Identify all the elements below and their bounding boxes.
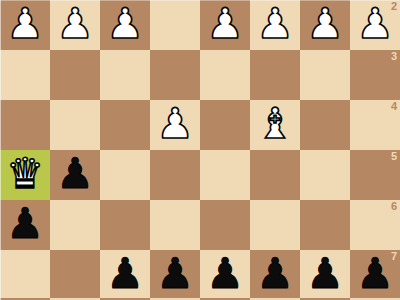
- top-edge-hairline: [0, 0, 400, 1]
- square-b7[interactable]: ♟: [300, 250, 350, 300]
- chess-board: ♟♟♟♟♟♟♟23♟♝4♛♟5♟6♟♟♟♟♟♟7: [0, 0, 400, 300]
- square-a5[interactable]: 5: [350, 150, 400, 200]
- square-a2[interactable]: ♟2: [350, 0, 400, 50]
- rank-label-6: 6: [391, 201, 397, 212]
- piece-white-queen-h5[interactable]: ♛: [6, 153, 44, 195]
- piece-black-pawn-g5[interactable]: ♟: [56, 153, 94, 195]
- square-g4[interactable]: [50, 100, 100, 150]
- square-b3[interactable]: [300, 50, 350, 100]
- square-g5[interactable]: ♟: [50, 150, 100, 200]
- page: ♟♟♟♟♟♟♟23♟♝4♛♟5♟6♟♟♟♟♟♟7: [0, 0, 400, 300]
- square-h2[interactable]: ♟: [0, 0, 50, 50]
- square-g2[interactable]: ♟: [50, 0, 100, 50]
- rank-label-4: 4: [391, 101, 397, 112]
- left-edge-hairline: [0, 0, 1, 300]
- piece-black-pawn-b7[interactable]: ♟: [306, 253, 344, 295]
- square-e2[interactable]: [150, 0, 200, 50]
- square-c2[interactable]: ♟: [250, 0, 300, 50]
- square-b4[interactable]: [300, 100, 350, 150]
- piece-white-pawn-h2[interactable]: ♟: [6, 3, 44, 45]
- square-g3[interactable]: [50, 50, 100, 100]
- square-h3[interactable]: [0, 50, 50, 100]
- square-b6[interactable]: [300, 200, 350, 250]
- square-a4[interactable]: 4: [350, 100, 400, 150]
- square-f6[interactable]: [100, 200, 150, 250]
- piece-white-pawn-d2[interactable]: ♟: [206, 3, 244, 45]
- rank-label-3: 3: [391, 51, 397, 62]
- square-b2[interactable]: ♟: [300, 0, 350, 50]
- piece-white-pawn-c2[interactable]: ♟: [256, 3, 294, 45]
- piece-black-pawn-a7[interactable]: ♟: [356, 253, 394, 295]
- square-h6[interactable]: ♟: [0, 200, 50, 250]
- square-d2[interactable]: ♟: [200, 0, 250, 50]
- square-f3[interactable]: [100, 50, 150, 100]
- piece-black-pawn-d7[interactable]: ♟: [206, 253, 244, 295]
- square-f5[interactable]: [100, 150, 150, 200]
- square-d3[interactable]: [200, 50, 250, 100]
- square-b5[interactable]: [300, 150, 350, 200]
- square-h5[interactable]: ♛: [0, 150, 50, 200]
- piece-white-pawn-f2[interactable]: ♟: [106, 3, 144, 45]
- piece-black-pawn-h6[interactable]: ♟: [6, 203, 44, 245]
- square-c4[interactable]: ♝: [250, 100, 300, 150]
- square-d5[interactable]: [200, 150, 250, 200]
- piece-white-pawn-b2[interactable]: ♟: [306, 3, 344, 45]
- square-d7[interactable]: ♟: [200, 250, 250, 300]
- square-c6[interactable]: [250, 200, 300, 250]
- piece-white-pawn-a2[interactable]: ♟: [356, 3, 394, 45]
- square-c5[interactable]: [250, 150, 300, 200]
- square-g6[interactable]: [50, 200, 100, 250]
- piece-white-bishop-c4[interactable]: ♝: [256, 103, 294, 145]
- square-f7[interactable]: ♟: [100, 250, 150, 300]
- piece-white-pawn-g2[interactable]: ♟: [56, 3, 94, 45]
- rank-label-5: 5: [391, 151, 397, 162]
- square-c7[interactable]: ♟: [250, 250, 300, 300]
- square-e4[interactable]: ♟: [150, 100, 200, 150]
- square-e3[interactable]: [150, 50, 200, 100]
- square-f4[interactable]: [100, 100, 150, 150]
- square-a7[interactable]: ♟7: [350, 250, 400, 300]
- square-c3[interactable]: [250, 50, 300, 100]
- rank-label-7: 7: [391, 251, 397, 262]
- square-a6[interactable]: 6: [350, 200, 400, 250]
- square-e5[interactable]: [150, 150, 200, 200]
- square-d6[interactable]: [200, 200, 250, 250]
- square-g7[interactable]: [50, 250, 100, 300]
- rank-label-2: 2: [391, 1, 397, 12]
- square-e6[interactable]: [150, 200, 200, 250]
- square-f2[interactable]: ♟: [100, 0, 150, 50]
- square-h7[interactable]: [0, 250, 50, 300]
- piece-black-pawn-f7[interactable]: ♟: [106, 253, 144, 295]
- piece-white-pawn-e4[interactable]: ♟: [156, 103, 194, 145]
- square-e7[interactable]: ♟: [150, 250, 200, 300]
- piece-black-pawn-c7[interactable]: ♟: [256, 253, 294, 295]
- square-a3[interactable]: 3: [350, 50, 400, 100]
- square-d4[interactable]: [200, 100, 250, 150]
- square-h4[interactable]: [0, 100, 50, 150]
- piece-black-pawn-e7[interactable]: ♟: [156, 253, 194, 295]
